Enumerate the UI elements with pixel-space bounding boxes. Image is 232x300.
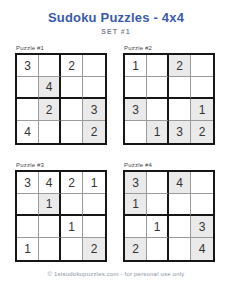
puzzle-2-cell-r4c3: 3 <box>169 121 191 143</box>
puzzle-1-label: Puzzle #1 <box>16 45 107 51</box>
puzzle-3-cell-r3c3: 1 <box>61 216 83 238</box>
puzzle-2-cell-r2c1 <box>125 77 147 99</box>
puzzle-1-cell-r4c4: 2 <box>83 121 105 143</box>
puzzle-1-cell-r1c4 <box>83 55 105 77</box>
puzzle-3-cell-r3c2 <box>39 216 61 238</box>
puzzle-3-cell-r1c1: 3 <box>17 172 39 194</box>
puzzle-1-cell-r2c1 <box>17 77 39 99</box>
puzzle-3-cell-r4c4: 2 <box>83 238 105 260</box>
puzzle-2-cell-r1c3: 2 <box>169 55 191 77</box>
puzzle-4-cell-r2c4 <box>191 194 213 216</box>
puzzle-3-cell-r2c4 <box>83 194 105 216</box>
puzzle-2-cell-r1c1: 1 <box>125 55 147 77</box>
puzzle-1-cell-r1c2 <box>39 55 61 77</box>
puzzle-1-cell-r2c2: 4 <box>39 77 61 99</box>
puzzle-3-cell-r4c2 <box>39 238 61 260</box>
puzzle-panel-1: Puzzle #1 3242342 <box>15 45 107 145</box>
puzzle-2-cell-r2c4 <box>191 77 213 99</box>
puzzle-4-cell-r1c3: 4 <box>169 172 191 194</box>
puzzle-3-cell-r4c3 <box>61 238 83 260</box>
puzzle-3-cell-r2c3 <box>61 194 83 216</box>
puzzle-4-cell-r2c1: 1 <box>125 194 147 216</box>
page-title: Sudoku Puzzles - 4x4 <box>0 10 232 25</box>
puzzle-4-cell-r4c1: 2 <box>125 238 147 260</box>
copyright-text: © 1stsudokupuzzles.com - for personal us… <box>0 271 232 277</box>
puzzle-1-board: 3242342 <box>15 53 107 145</box>
puzzle-2-cell-r3c3 <box>169 99 191 121</box>
puzzle-4-cell-r1c1: 3 <box>125 172 147 194</box>
puzzle-3-cell-r1c2: 4 <box>39 172 61 194</box>
puzzle-2-cell-r2c3 <box>169 77 191 99</box>
puzzle-4-cell-r4c3 <box>169 238 191 260</box>
set-subtitle: SET #1 <box>0 28 232 35</box>
puzzle-4-cell-r2c2 <box>147 194 169 216</box>
puzzle-4-cell-r3c1 <box>125 216 147 238</box>
puzzle-2-cell-r4c2: 1 <box>147 121 169 143</box>
puzzle-4-cell-r2c3 <box>169 194 191 216</box>
puzzle-1-cell-r4c3 <box>61 121 83 143</box>
puzzle-4-cell-r3c2: 1 <box>147 216 169 238</box>
puzzle-2-cell-r1c2 <box>147 55 169 77</box>
puzzle-1-cell-r1c3: 2 <box>61 55 83 77</box>
puzzle-1-cell-r4c2 <box>39 121 61 143</box>
puzzle-4-cell-r4c4: 4 <box>191 238 213 260</box>
puzzle-4-board: 3411324 <box>123 170 215 262</box>
puzzle-4-cell-r3c3 <box>169 216 191 238</box>
puzzle-3-board: 34211112 <box>15 170 107 262</box>
puzzle-4-label: Puzzle #4 <box>124 162 215 168</box>
puzzle-1-cell-r4c1: 4 <box>17 121 39 143</box>
puzzle-3-cell-r2c2: 1 <box>39 194 61 216</box>
puzzle-4-cell-r1c4 <box>191 172 213 194</box>
puzzle-panel-2: Puzzle #2 1231132 <box>123 45 215 145</box>
puzzle-2-cell-r3c2 <box>147 99 169 121</box>
puzzle-1-cell-r3c4: 3 <box>83 99 105 121</box>
puzzle-3-cell-r4c1: 1 <box>17 238 39 260</box>
puzzle-2-cell-r4c4: 2 <box>191 121 213 143</box>
puzzle-panel-3: Puzzle #3 34211112 <box>15 162 107 262</box>
puzzle-3-cell-r3c1 <box>17 216 39 238</box>
puzzle-3-cell-r2c1 <box>17 194 39 216</box>
puzzle-4-cell-r4c2 <box>147 238 169 260</box>
puzzle-2-cell-r3c1: 3 <box>125 99 147 121</box>
puzzle-2-cell-r1c4 <box>191 55 213 77</box>
puzzle-4-cell-r3c4: 3 <box>191 216 213 238</box>
puzzle-1-cell-r1c1: 3 <box>17 55 39 77</box>
puzzle-3-label: Puzzle #3 <box>16 162 107 168</box>
puzzle-2-board: 1231132 <box>123 53 215 145</box>
puzzle-1-cell-r3c3 <box>61 99 83 121</box>
puzzle-2-cell-r3c4: 1 <box>191 99 213 121</box>
puzzle-1-cell-r3c1 <box>17 99 39 121</box>
puzzle-4-cell-r1c2 <box>147 172 169 194</box>
puzzle-panel-4: Puzzle #4 3411324 <box>123 162 215 262</box>
sudoku-worksheet: Sudoku Puzzles - 4x4 SET #1 Puzzle #1 32… <box>0 0 232 300</box>
puzzle-1-cell-r3c2: 2 <box>39 99 61 121</box>
puzzle-3-cell-r3c4 <box>83 216 105 238</box>
puzzle-1-cell-r2c3 <box>61 77 83 99</box>
puzzle-3-cell-r1c3: 2 <box>61 172 83 194</box>
puzzle-grid-container: Puzzle #1 3242342 Puzzle #2 1231132 Puzz… <box>15 45 217 262</box>
puzzle-2-cell-r2c2 <box>147 77 169 99</box>
puzzle-1-cell-r2c4 <box>83 77 105 99</box>
puzzle-2-cell-r4c1 <box>125 121 147 143</box>
puzzle-3-cell-r1c4: 1 <box>83 172 105 194</box>
puzzle-2-label: Puzzle #2 <box>124 45 215 51</box>
